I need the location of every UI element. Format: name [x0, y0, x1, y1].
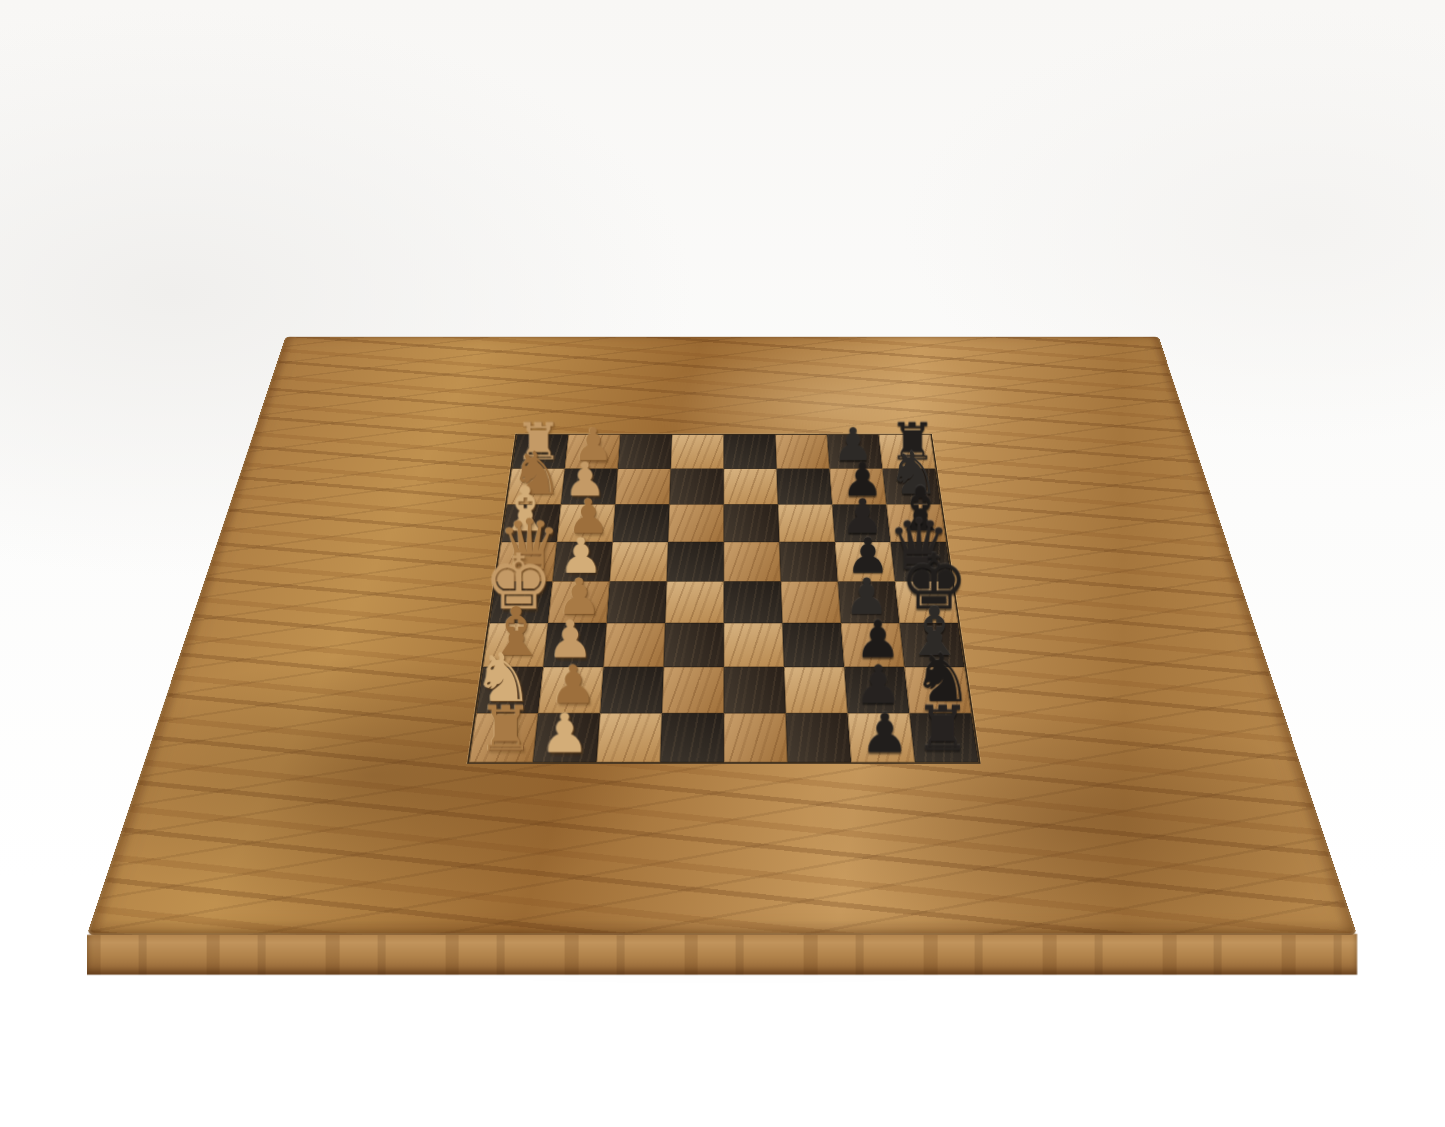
square-h8[interactable]: ♜ [909, 713, 978, 762]
square-c4[interactable] [668, 504, 724, 542]
square-g4[interactable] [662, 667, 724, 713]
square-a4[interactable] [671, 435, 724, 469]
square-f3[interactable] [603, 623, 665, 667]
square-h4[interactable] [660, 713, 724, 762]
square-e5[interactable] [724, 581, 783, 623]
square-c3[interactable] [612, 504, 669, 542]
board-front-live-edge [87, 927, 1358, 975]
square-d3[interactable] [610, 542, 668, 581]
photo-scene: ♜♟♟♜♞♟♟♞♝♟♟♝♛♟♟♛♚♟♟♚♝♟♟♝♞♟♟♞♜♟♟♜ [0, 0, 1445, 1127]
square-a6[interactable] [775, 435, 829, 469]
square-d5[interactable] [724, 542, 781, 581]
square-f5[interactable] [724, 623, 784, 667]
square-c6[interactable] [778, 504, 835, 542]
square-e6[interactable] [781, 581, 841, 623]
square-h6[interactable] [786, 713, 852, 762]
square-g6[interactable] [784, 667, 848, 713]
square-f4[interactable] [664, 623, 724, 667]
square-c5[interactable] [724, 504, 780, 542]
checker-grid: ♜♟♟♜♞♟♟♞♝♟♟♝♛♟♟♛♚♟♟♚♝♟♟♝♞♟♟♞♜♟♟♜ [467, 434, 981, 764]
square-d4[interactable] [667, 542, 724, 581]
square-h3[interactable] [597, 713, 662, 762]
black-rook[interactable]: ♜ [915, 698, 970, 760]
square-e3[interactable] [607, 581, 667, 623]
square-a3[interactable] [618, 435, 672, 469]
square-h1[interactable]: ♜ [469, 713, 538, 762]
square-g5[interactable] [724, 667, 786, 713]
square-d6[interactable] [779, 542, 838, 581]
square-b4[interactable] [669, 469, 723, 505]
square-b5[interactable] [724, 469, 778, 505]
square-h5[interactable] [724, 713, 788, 762]
square-g3[interactable] [600, 667, 664, 713]
square-h2[interactable]: ♟ [533, 713, 600, 762]
black-pawn[interactable]: ♟ [860, 706, 909, 761]
square-e4[interactable] [665, 581, 724, 623]
square-b6[interactable] [777, 469, 833, 505]
chess-board: ♜♟♟♜♞♟♟♞♝♟♟♝♛♟♟♛♚♟♟♚♝♟♟♝♞♟♟♞♜♟♟♜ [87, 337, 1357, 935]
white-rook[interactable]: ♜ [478, 698, 533, 760]
white-pawn[interactable]: ♟ [540, 706, 589, 761]
square-f6[interactable] [782, 623, 844, 667]
square-a5[interactable] [724, 435, 777, 469]
square-h7[interactable]: ♟ [848, 713, 915, 762]
square-b3[interactable] [615, 469, 671, 505]
